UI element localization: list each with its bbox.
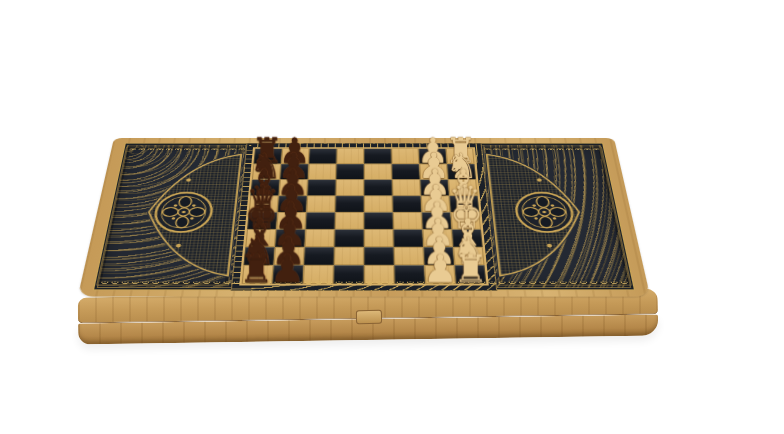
ornament-field: ♜♟♟♜♞♟♟♞♝♟♟♝♛♟♟♛♚♟♟♚♝♟♟♝♞♟♟♞♜♟♟♜: [93, 143, 635, 290]
board-top-surface: ♜♟♟♜♞♟♟♞♝♟♟♝♛♟♟♛♚♟♟♚♝♟♟♝♞♟♟♞♜♟♟♜: [78, 138, 651, 297]
folded-box-side: [78, 288, 659, 347]
square-r4c3: [306, 195, 335, 212]
square-r8c7: ♟: [424, 265, 456, 284]
square-r5c6: [393, 212, 423, 229]
square-r3c3: [307, 179, 336, 195]
square-r4c5: [364, 195, 393, 212]
box-clasp: [356, 310, 382, 324]
square-r6c6: [393, 229, 423, 247]
square-r5c3: [306, 212, 336, 229]
right-ornament-panel: [484, 147, 632, 286]
square-r1c6: [391, 148, 419, 163]
square-r8c6: [394, 265, 425, 284]
square-r6c5: [364, 229, 394, 247]
square-r2c5: [364, 164, 392, 180]
square-r6c3: [305, 229, 335, 247]
left-ornament-panel: [96, 147, 244, 286]
square-r7c6: [394, 247, 425, 265]
square-r4c6: [392, 195, 421, 212]
square-r8c3: [303, 265, 334, 284]
eye-medallion-left: [96, 147, 244, 286]
square-r2c6: [392, 164, 420, 180]
eye-medallion-right: [484, 147, 632, 286]
square-r7c3: [304, 247, 335, 265]
bamboo-frame: ♜♟♟♜♞♟♟♞♝♟♟♝♛♟♟♛♚♟♟♚♝♟♟♝♞♟♟♞♜♟♟♜: [78, 138, 651, 297]
square-r3c4: [336, 179, 364, 195]
square-r8c2: ♟: [272, 265, 304, 284]
square-r3c6: [392, 179, 421, 195]
chessboard: ♜♟♟♜♞♟♟♞♝♟♟♝♛♟♟♛♚♟♟♚♝♟♟♝♞♟♟♞♜♟♟♜: [242, 148, 487, 283]
square-r5c4: [335, 212, 364, 229]
square-r1c4: [336, 148, 364, 163]
piece-dark-pawn: ♟: [270, 249, 305, 288]
square-r8c4: [333, 265, 364, 284]
square-r2c4: [336, 164, 364, 180]
square-r6c4: [334, 229, 364, 247]
square-r4c4: [335, 195, 364, 212]
square-r8c5: [364, 265, 395, 284]
chessboard-bamboo-margin: ♜♟♟♜♞♟♟♞♝♟♟♝♛♟♟♛♚♟♟♚♝♟♟♝♞♟♟♞♜♟♟♜: [239, 147, 489, 285]
chessboard-ornate-border: ♜♟♟♜♞♟♟♞♝♟♟♝♛♟♟♛♚♟♟♚♝♟♟♝♞♟♟♞♜♟♟♜: [231, 143, 498, 291]
product-photo-scene: ♜♟♟♜♞♟♟♞♝♟♟♝♛♟♟♛♚♟♟♚♝♟♟♝♞♟♟♞♜♟♟♜: [0, 0, 784, 434]
piece-light-rook: ♜: [454, 249, 489, 288]
square-r7c5: [364, 247, 394, 265]
square-r1c5: [364, 148, 392, 163]
square-r7c4: [334, 247, 364, 265]
square-r5c5: [364, 212, 393, 229]
square-r8c8: ♜: [454, 265, 486, 284]
square-r3c5: [364, 179, 392, 195]
square-r2c3: [308, 164, 336, 180]
square-r1c3: [309, 148, 337, 163]
